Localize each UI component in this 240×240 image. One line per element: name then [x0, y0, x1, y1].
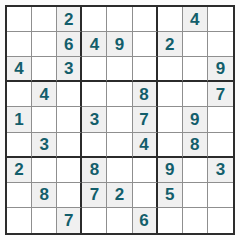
cell-r5c6[interactable]: 7	[133, 107, 158, 132]
cell-r1c9[interactable]	[208, 7, 233, 32]
cell-r6c3[interactable]	[57, 133, 82, 158]
cell-r4c4[interactable]	[82, 82, 107, 107]
cell-r7c7[interactable]: 9	[158, 158, 183, 183]
cell-r9c3[interactable]: 7	[57, 208, 82, 233]
cell-r3c8[interactable]	[183, 57, 208, 82]
cell-r7c3[interactable]	[57, 158, 82, 183]
cell-r9c1[interactable]	[7, 208, 32, 233]
cell-r3c7[interactable]	[158, 57, 183, 82]
cell-r1c5[interactable]	[107, 7, 132, 32]
cell-r1c6[interactable]	[133, 7, 158, 32]
cell-r4c8[interactable]	[183, 82, 208, 107]
cell-r1c3[interactable]: 2	[57, 7, 82, 32]
cell-r5c9[interactable]	[208, 107, 233, 132]
cell-r4c6[interactable]: 8	[133, 82, 158, 107]
cell-r4c2[interactable]: 4	[32, 82, 57, 107]
cell-r3c4[interactable]	[82, 57, 107, 82]
cell-r6c5[interactable]	[107, 133, 132, 158]
cell-r6c6[interactable]: 4	[133, 133, 158, 158]
cell-r7c4[interactable]: 8	[82, 158, 107, 183]
cell-r3c3[interactable]: 3	[57, 57, 82, 82]
cell-r1c2[interactable]	[32, 7, 57, 32]
cell-r5c2[interactable]	[32, 107, 57, 132]
cell-r1c1[interactable]	[7, 7, 32, 32]
cell-r4c7[interactable]	[158, 82, 183, 107]
cell-r3c1[interactable]: 4	[7, 57, 32, 82]
sudoku-board: 24649243948713793482893872576	[5, 5, 235, 235]
cell-r8c9[interactable]	[208, 183, 233, 208]
cell-r7c5[interactable]	[107, 158, 132, 183]
cell-r3c9[interactable]: 9	[208, 57, 233, 82]
cell-r9c5[interactable]	[107, 208, 132, 233]
cell-r2c5[interactable]: 9	[107, 32, 132, 57]
cell-r4c1[interactable]	[7, 82, 32, 107]
cell-r4c3[interactable]	[57, 82, 82, 107]
cell-r1c7[interactable]	[158, 7, 183, 32]
cell-r6c9[interactable]	[208, 133, 233, 158]
cell-r5c5[interactable]	[107, 107, 132, 132]
cell-r2c2[interactable]	[32, 32, 57, 57]
cell-r8c7[interactable]: 5	[158, 183, 183, 208]
cell-r8c8[interactable]	[183, 183, 208, 208]
cell-r3c5[interactable]	[107, 57, 132, 82]
cell-r2c1[interactable]	[7, 32, 32, 57]
cell-r7c9[interactable]: 3	[208, 158, 233, 183]
cell-r9c4[interactable]	[82, 208, 107, 233]
cell-r5c4[interactable]: 3	[82, 107, 107, 132]
cell-r6c8[interactable]: 8	[183, 133, 208, 158]
sudoku-page: 24649243948713793482893872576	[0, 0, 240, 240]
cell-r8c6[interactable]	[133, 183, 158, 208]
cell-r7c8[interactable]	[183, 158, 208, 183]
cell-r2c7[interactable]: 2	[158, 32, 183, 57]
cell-r8c4[interactable]: 7	[82, 183, 107, 208]
cell-r6c1[interactable]	[7, 133, 32, 158]
cell-r4c5[interactable]	[107, 82, 132, 107]
cell-r5c7[interactable]	[158, 107, 183, 132]
cell-r2c3[interactable]: 6	[57, 32, 82, 57]
cell-r7c2[interactable]	[32, 158, 57, 183]
cell-r6c4[interactable]	[82, 133, 107, 158]
cell-r2c8[interactable]	[183, 32, 208, 57]
cell-r5c8[interactable]: 9	[183, 107, 208, 132]
cell-r5c3[interactable]	[57, 107, 82, 132]
cell-r7c6[interactable]	[133, 158, 158, 183]
cell-r3c2[interactable]	[32, 57, 57, 82]
cell-r6c7[interactable]	[158, 133, 183, 158]
cell-r1c8[interactable]: 4	[183, 7, 208, 32]
cell-r8c1[interactable]	[7, 183, 32, 208]
cell-r4c9[interactable]: 7	[208, 82, 233, 107]
cell-r8c3[interactable]	[57, 183, 82, 208]
cell-r1c4[interactable]	[82, 7, 107, 32]
cell-r2c9[interactable]	[208, 32, 233, 57]
cell-r9c9[interactable]	[208, 208, 233, 233]
cell-r5c1[interactable]: 1	[7, 107, 32, 132]
cell-r9c7[interactable]	[158, 208, 183, 233]
cell-r2c6[interactable]	[133, 32, 158, 57]
cell-r8c2[interactable]: 8	[32, 183, 57, 208]
cell-r7c1[interactable]: 2	[7, 158, 32, 183]
cell-r6c2[interactable]: 3	[32, 133, 57, 158]
cell-r9c2[interactable]	[32, 208, 57, 233]
cell-r9c8[interactable]	[183, 208, 208, 233]
cell-r3c6[interactable]	[133, 57, 158, 82]
cell-r8c5[interactable]: 2	[107, 183, 132, 208]
cell-r9c6[interactable]: 6	[133, 208, 158, 233]
cell-r2c4[interactable]: 4	[82, 32, 107, 57]
